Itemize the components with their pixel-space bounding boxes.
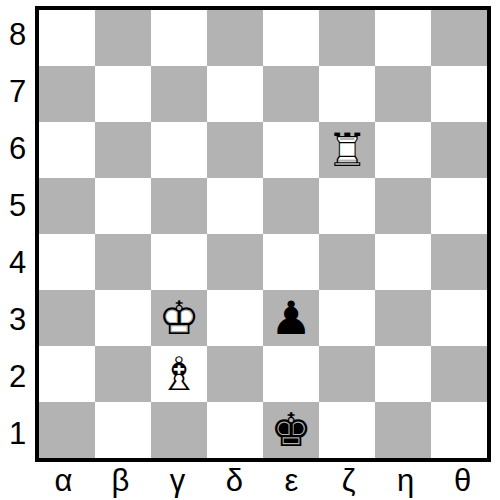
square-f5[interactable]	[319, 178, 375, 234]
square-g8[interactable]	[375, 10, 431, 66]
white-bishop-piece-outline: ♗	[151, 346, 207, 402]
square-b1[interactable]	[95, 402, 151, 458]
rank-label-6: 6	[0, 120, 35, 177]
file-label-b: β	[92, 462, 149, 500]
square-c4[interactable]	[151, 234, 207, 290]
square-f6[interactable]: ♜♖	[319, 122, 375, 178]
square-d5[interactable]	[207, 178, 263, 234]
file-label-h: θ	[434, 462, 491, 500]
square-g2[interactable]	[375, 346, 431, 402]
rank-label-2: 2	[0, 348, 35, 405]
square-c1[interactable]	[151, 402, 207, 458]
square-h8[interactable]	[431, 10, 487, 66]
rank-label-1: 1	[0, 405, 35, 462]
square-a5[interactable]	[39, 178, 95, 234]
square-d8[interactable]	[207, 10, 263, 66]
chess-diagram: 87654321 ♜♖♚♔♟♝♗♚ αβγδεζηθ	[0, 0, 500, 500]
square-d1[interactable]	[207, 402, 263, 458]
square-h5[interactable]	[431, 178, 487, 234]
square-g6[interactable]	[375, 122, 431, 178]
square-e1[interactable]: ♚	[263, 402, 319, 458]
square-d6[interactable]	[207, 122, 263, 178]
square-h6[interactable]	[431, 122, 487, 178]
square-h7[interactable]	[431, 66, 487, 122]
square-f2[interactable]	[319, 346, 375, 402]
square-e4[interactable]	[263, 234, 319, 290]
square-c5[interactable]	[151, 178, 207, 234]
square-h4[interactable]	[431, 234, 487, 290]
square-g4[interactable]	[375, 234, 431, 290]
square-b7[interactable]	[95, 66, 151, 122]
black-pawn-piece[interactable]: ♟	[263, 290, 319, 346]
square-g3[interactable]	[375, 290, 431, 346]
square-a7[interactable]	[39, 66, 95, 122]
square-c7[interactable]	[151, 66, 207, 122]
square-e3[interactable]: ♟	[263, 290, 319, 346]
square-g7[interactable]	[375, 66, 431, 122]
file-label-d: δ	[206, 462, 263, 500]
chess-board: ♜♖♚♔♟♝♗♚	[35, 6, 491, 462]
square-c3[interactable]: ♚♔	[151, 290, 207, 346]
square-e2[interactable]	[263, 346, 319, 402]
square-e5[interactable]	[263, 178, 319, 234]
square-f1[interactable]	[319, 402, 375, 458]
square-a3[interactable]	[39, 290, 95, 346]
rank-label-7: 7	[0, 63, 35, 120]
file-label-g: η	[377, 462, 434, 500]
file-label-a: α	[35, 462, 92, 500]
square-d4[interactable]	[207, 234, 263, 290]
square-d7[interactable]	[207, 66, 263, 122]
square-h2[interactable]	[431, 346, 487, 402]
square-d2[interactable]	[207, 346, 263, 402]
square-g5[interactable]	[375, 178, 431, 234]
square-c2[interactable]: ♝♗	[151, 346, 207, 402]
rank-labels: 87654321	[0, 6, 35, 462]
file-label-c: γ	[149, 462, 206, 500]
rank-label-5: 5	[0, 177, 35, 234]
white-rook-piece[interactable]: ♜	[319, 122, 375, 178]
black-king-piece[interactable]: ♚	[263, 402, 319, 458]
square-b5[interactable]	[95, 178, 151, 234]
square-c6[interactable]	[151, 122, 207, 178]
file-label-e: ε	[263, 462, 320, 500]
square-f3[interactable]	[319, 290, 375, 346]
square-f7[interactable]	[319, 66, 375, 122]
white-king-piece-outline: ♔	[151, 290, 207, 346]
square-f4[interactable]	[319, 234, 375, 290]
square-a6[interactable]	[39, 122, 95, 178]
square-h1[interactable]	[431, 402, 487, 458]
square-b6[interactable]	[95, 122, 151, 178]
square-d3[interactable]	[207, 290, 263, 346]
square-h3[interactable]	[431, 290, 487, 346]
square-a4[interactable]	[39, 234, 95, 290]
square-f8[interactable]	[319, 10, 375, 66]
square-e6[interactable]	[263, 122, 319, 178]
square-a1[interactable]	[39, 402, 95, 458]
square-g1[interactable]	[375, 402, 431, 458]
square-b4[interactable]	[95, 234, 151, 290]
square-c8[interactable]	[151, 10, 207, 66]
white-bishop-piece[interactable]: ♝	[151, 346, 207, 402]
square-e8[interactable]	[263, 10, 319, 66]
file-labels: αβγδεζηθ	[35, 462, 491, 500]
white-king-piece[interactable]: ♚	[151, 290, 207, 346]
square-e7[interactable]	[263, 66, 319, 122]
square-a8[interactable]	[39, 10, 95, 66]
rank-label-4: 4	[0, 234, 35, 291]
square-a2[interactable]	[39, 346, 95, 402]
rank-label-8: 8	[0, 6, 35, 63]
square-b3[interactable]	[95, 290, 151, 346]
file-label-f: ζ	[320, 462, 377, 500]
white-rook-piece-outline: ♖	[319, 122, 375, 178]
square-b8[interactable]	[95, 10, 151, 66]
square-b2[interactable]	[95, 346, 151, 402]
rank-label-3: 3	[0, 291, 35, 348]
